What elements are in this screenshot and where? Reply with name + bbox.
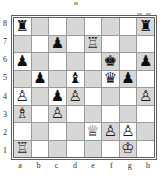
square-a2 <box>14 123 31 140</box>
white-pawn: ♙ <box>104 123 117 138</box>
black-pawn: ♟ <box>33 71 46 86</box>
rank-label-8: 8 <box>0 15 10 33</box>
square-f8 <box>102 18 119 35</box>
square-g4 <box>120 88 137 105</box>
rank-label-5: 5 <box>0 69 10 87</box>
square-e1 <box>85 141 102 158</box>
scan-artifact-speck <box>74 2 78 5</box>
rank-label-2: 2 <box>0 124 10 142</box>
file-label-c: c <box>48 159 66 172</box>
square-e2: ♕ <box>85 123 102 140</box>
black-pawn: ♟ <box>51 88 64 103</box>
rank-label-7: 7 <box>0 33 10 51</box>
rank-label-1: 1 <box>0 142 10 160</box>
square-e6 <box>85 53 102 70</box>
square-d3 <box>67 106 84 123</box>
square-h8: ♜ <box>137 18 154 35</box>
file-label-d: d <box>66 159 84 172</box>
square-f6: ♚ <box>102 53 119 70</box>
square-a6: ♟ <box>14 53 31 70</box>
square-c7: ♟ <box>49 36 66 53</box>
black-pawn: ♟ <box>16 53 29 68</box>
square-c8 <box>49 18 66 35</box>
square-g3 <box>120 106 137 123</box>
white-queen: ♕ <box>86 123 99 138</box>
square-f7 <box>102 36 119 53</box>
square-g7 <box>120 36 137 53</box>
square-g8 <box>120 18 137 35</box>
square-c5 <box>49 71 66 88</box>
square-a4: ♙ <box>14 88 31 105</box>
black-pawn: ♟ <box>139 53 152 68</box>
square-g6 <box>120 53 137 70</box>
file-labels: abcdefgh <box>11 159 157 172</box>
chess-diagram-page: 87654321 ♜♜♟♖♟♚♟♟♝♛♟♙♟♙♙♗♙♕♙♙♖♔ abcdefgh <box>0 0 163 179</box>
rank-labels: 87654321 <box>0 15 10 160</box>
white-rook: ♖ <box>16 141 29 156</box>
black-rook: ♜ <box>16 18 29 33</box>
black-queen: ♛ <box>104 71 117 86</box>
square-b3 <box>32 106 49 123</box>
square-g2: ♙ <box>120 123 137 140</box>
square-c3: ♙ <box>49 106 66 123</box>
square-f1 <box>102 141 119 158</box>
square-h4: ♙ <box>137 88 154 105</box>
square-b1 <box>32 141 49 158</box>
black-pawn: ♟ <box>51 36 64 51</box>
square-f5: ♛ <box>102 71 119 88</box>
square-f4 <box>102 88 119 105</box>
chess-board-frame: ♜♜♟♖♟♚♟♟♝♛♟♙♟♙♙♗♙♕♙♙♖♔ <box>11 15 157 160</box>
file-label-g: g <box>121 159 139 172</box>
white-pawn: ♙ <box>68 88 81 103</box>
square-d7 <box>67 36 84 53</box>
square-h3 <box>137 106 154 123</box>
square-b2 <box>32 123 49 140</box>
square-a3: ♗ <box>14 106 31 123</box>
square-c1 <box>49 141 66 158</box>
chess-board: ♜♜♟♖♟♚♟♟♝♛♟♙♟♙♙♗♙♕♙♙♖♔ <box>13 17 155 158</box>
square-e3 <box>85 106 102 123</box>
square-g1: ♔ <box>120 141 137 158</box>
square-e7: ♖ <box>85 36 102 53</box>
square-a8: ♜ <box>14 18 31 35</box>
file-label-b: b <box>29 159 47 172</box>
black-bishop: ♝ <box>68 71 81 86</box>
rank-label-6: 6 <box>0 51 10 69</box>
white-pawn: ♙ <box>51 106 64 121</box>
square-e5 <box>85 71 102 88</box>
square-a7 <box>14 36 31 53</box>
black-king: ♚ <box>104 53 117 68</box>
file-label-h: h <box>139 159 157 172</box>
square-d5: ♝ <box>67 71 84 88</box>
black-rook: ♜ <box>139 18 152 33</box>
square-d4: ♙ <box>67 88 84 105</box>
rank-label-3: 3 <box>0 106 10 124</box>
square-b4 <box>32 88 49 105</box>
square-f2: ♙ <box>102 123 119 140</box>
white-pawn: ♙ <box>16 88 29 103</box>
square-b6 <box>32 53 49 70</box>
white-bishop: ♗ <box>16 106 29 121</box>
square-d8 <box>67 18 84 35</box>
white-pawn: ♙ <box>139 88 152 103</box>
rank-label-4: 4 <box>0 88 10 106</box>
square-b7 <box>32 36 49 53</box>
square-c4: ♟ <box>49 88 66 105</box>
square-g5: ♟ <box>120 71 137 88</box>
square-b5: ♟ <box>32 71 49 88</box>
file-label-e: e <box>84 159 102 172</box>
square-a1: ♖ <box>14 141 31 158</box>
square-d2 <box>67 123 84 140</box>
square-h5 <box>137 71 154 88</box>
square-c6 <box>49 53 66 70</box>
square-d1 <box>67 141 84 158</box>
square-e8 <box>85 18 102 35</box>
square-b8 <box>32 18 49 35</box>
square-a5 <box>14 71 31 88</box>
white-rook: ♖ <box>86 36 99 51</box>
white-pawn: ♙ <box>121 123 134 138</box>
square-d6 <box>67 53 84 70</box>
square-e4 <box>85 88 102 105</box>
file-label-f: f <box>102 159 120 172</box>
square-h1 <box>137 141 154 158</box>
square-c2 <box>49 123 66 140</box>
square-f3 <box>102 106 119 123</box>
square-h7 <box>137 36 154 53</box>
square-h2 <box>137 123 154 140</box>
black-pawn: ♟ <box>121 71 134 86</box>
square-h6: ♟ <box>137 53 154 70</box>
white-king: ♔ <box>121 141 134 156</box>
file-label-a: a <box>11 159 29 172</box>
